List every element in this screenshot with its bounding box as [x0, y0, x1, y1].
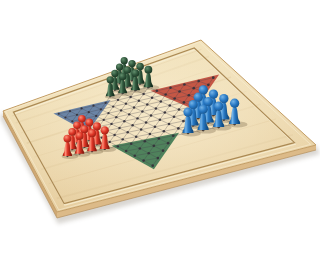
hole[interactable] [151, 96, 153, 98]
hole[interactable] [151, 164, 154, 167]
hole[interactable] [173, 115, 176, 118]
hole[interactable] [163, 130, 166, 133]
hole[interactable] [156, 90, 158, 92]
hole[interactable] [142, 93, 144, 95]
peg-head [124, 66, 131, 73]
hole[interactable] [183, 101, 186, 104]
peg-head [183, 107, 192, 116]
peg-head [73, 121, 81, 129]
hole[interactable] [58, 113, 60, 115]
peg-head [116, 63, 123, 70]
hole[interactable] [104, 102, 106, 104]
hole[interactable] [115, 116, 117, 118]
hole[interactable] [100, 108, 102, 110]
hole[interactable] [142, 159, 145, 162]
peg-head [136, 63, 144, 71]
hole[interactable] [123, 120, 125, 122]
peg-head [80, 125, 88, 133]
peg-head [132, 69, 140, 77]
hole[interactable] [120, 109, 122, 111]
peg-head [68, 128, 76, 136]
hole[interactable] [88, 111, 90, 113]
peg-head [121, 57, 128, 64]
chinese-checkers-scene [0, 0, 320, 267]
hole[interactable] [76, 114, 78, 116]
hole[interactable] [138, 100, 140, 102]
hole[interactable] [168, 123, 171, 126]
peg-head [214, 102, 223, 111]
hole[interactable] [125, 102, 127, 104]
peg-head [204, 97, 213, 106]
hole[interactable] [118, 127, 120, 129]
hole[interactable] [95, 115, 97, 117]
hole[interactable] [112, 105, 114, 107]
hole[interactable] [159, 118, 162, 121]
hole[interactable] [153, 145, 156, 148]
hole[interactable] [145, 121, 148, 124]
peg-head [85, 119, 93, 127]
peg-head [219, 94, 228, 103]
hole[interactable] [92, 105, 94, 107]
hole[interactable] [135, 135, 137, 137]
hole[interactable] [117, 145, 119, 147]
peg-head [88, 129, 96, 137]
peg-head [64, 135, 72, 143]
hole[interactable] [212, 76, 215, 79]
hole[interactable] [154, 126, 157, 129]
hole[interactable] [172, 134, 175, 137]
hole[interactable] [126, 131, 128, 133]
hole[interactable] [122, 138, 124, 140]
hole[interactable] [162, 149, 165, 152]
hole[interactable] [125, 150, 127, 152]
peg-head [78, 115, 86, 123]
hole[interactable] [136, 117, 138, 119]
hole[interactable] [71, 120, 73, 122]
hole[interactable] [178, 108, 181, 111]
hole[interactable] [160, 100, 163, 103]
photo-stage: Chinese Checkers [0, 0, 320, 267]
hole[interactable] [188, 94, 191, 97]
peg-head [101, 126, 109, 134]
hole[interactable] [133, 154, 136, 157]
hole[interactable] [131, 124, 133, 126]
hole[interactable] [149, 133, 152, 136]
hole[interactable] [155, 107, 158, 110]
hole[interactable] [110, 123, 112, 125]
peg-head [111, 70, 118, 77]
hole[interactable] [113, 134, 115, 136]
hole[interactable] [167, 142, 170, 145]
hole[interactable] [192, 87, 195, 90]
hole[interactable] [197, 80, 200, 83]
hole[interactable] [107, 112, 109, 114]
hole[interactable] [103, 119, 105, 121]
hole[interactable] [69, 110, 71, 112]
peg-head [209, 89, 218, 98]
hole[interactable] [173, 97, 176, 100]
hole[interactable] [157, 157, 160, 160]
hole[interactable] [164, 93, 167, 96]
hole[interactable] [133, 106, 135, 108]
hole[interactable] [169, 86, 172, 89]
hole[interactable] [183, 83, 186, 86]
peg-head [144, 66, 152, 74]
hole[interactable] [150, 114, 153, 117]
hole[interactable] [178, 90, 181, 93]
hole[interactable] [139, 147, 142, 150]
hole[interactable] [129, 96, 131, 98]
hole[interactable] [144, 140, 147, 143]
hole[interactable] [168, 104, 171, 107]
hole[interactable] [81, 107, 83, 109]
peg-head [199, 105, 208, 114]
peg-head [128, 60, 135, 67]
hole[interactable] [147, 152, 150, 155]
hole[interactable] [146, 103, 148, 105]
hole[interactable] [177, 127, 180, 130]
peg-head [119, 73, 127, 81]
hole[interactable] [182, 120, 185, 123]
hole[interactable] [158, 137, 161, 140]
hole[interactable] [141, 110, 143, 112]
hole[interactable] [140, 128, 142, 130]
hole[interactable] [109, 141, 111, 143]
peg-head [76, 132, 84, 140]
peg-head [107, 76, 114, 83]
hole[interactable] [164, 111, 167, 114]
hole[interactable] [128, 113, 130, 115]
hole[interactable] [207, 83, 210, 86]
hole[interactable] [130, 143, 132, 145]
hole[interactable] [117, 99, 119, 101]
peg-head [93, 122, 101, 130]
peg-head [230, 99, 239, 108]
hole[interactable] [64, 116, 66, 118]
